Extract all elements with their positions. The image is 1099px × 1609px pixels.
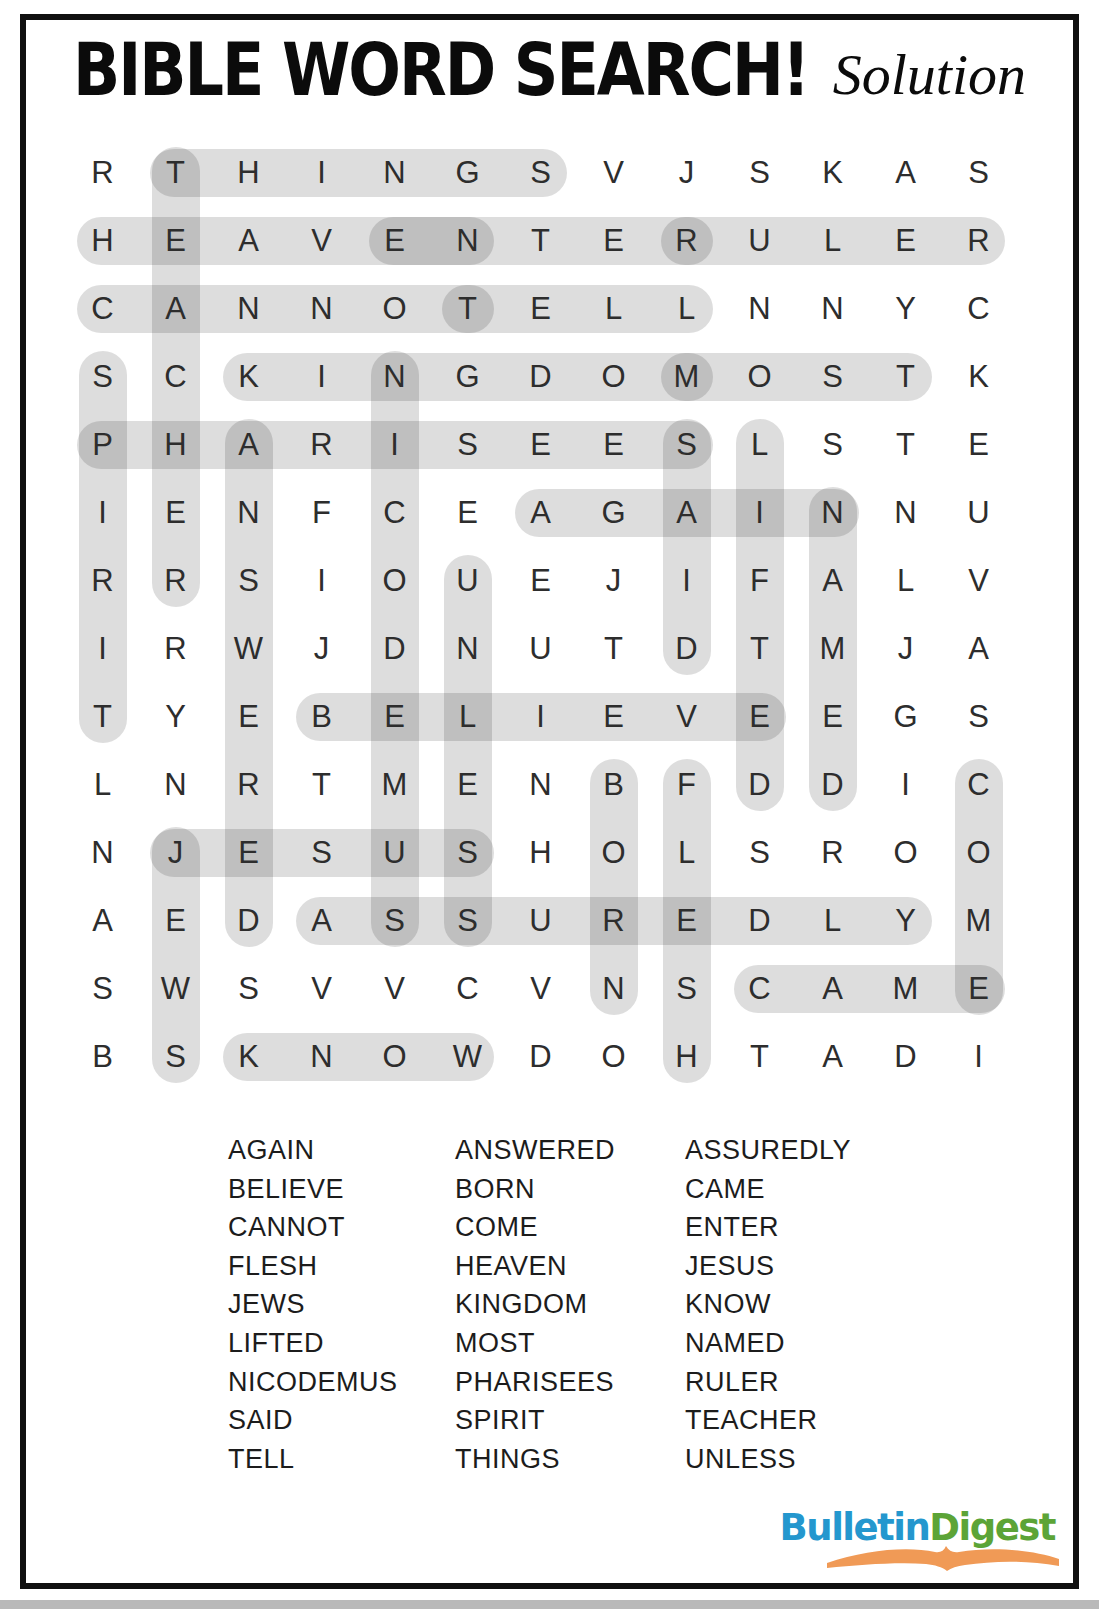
grid-cell: E xyxy=(358,683,431,751)
grid-cell: S xyxy=(431,887,504,955)
grid-cell: V xyxy=(577,139,650,207)
grid-cell: M xyxy=(358,751,431,819)
word-list-item: HEAVEN xyxy=(455,1247,615,1286)
grid-cell: A xyxy=(942,615,1015,683)
grid-cell: S xyxy=(796,343,869,411)
word-list-item: KINGDOM xyxy=(455,1285,615,1324)
word-list-item: JEWS xyxy=(228,1285,398,1324)
word-list-item: NICODEMUS xyxy=(228,1363,398,1402)
grid-cell: E xyxy=(212,819,285,887)
grid-cell: J xyxy=(577,547,650,615)
grid-cell: R xyxy=(139,547,212,615)
grid-cell: L xyxy=(431,683,504,751)
word-list-item: TEACHER xyxy=(685,1401,851,1440)
grid-cell: V xyxy=(650,683,723,751)
grid-cell: L xyxy=(66,751,139,819)
grid-cell: D xyxy=(650,615,723,683)
logo-text: BulletinDigest xyxy=(780,1506,1055,1549)
title-solution-label: Solution xyxy=(833,41,1026,108)
grid-cell: R xyxy=(285,411,358,479)
grid-cell: Y xyxy=(139,683,212,751)
grid-cell: H xyxy=(212,139,285,207)
grid-cell: S xyxy=(942,683,1015,751)
grid-cell: I xyxy=(869,751,942,819)
grid-cell: S xyxy=(285,819,358,887)
grid-cell: W xyxy=(431,1023,504,1091)
grid-cell: T xyxy=(504,207,577,275)
grid-cell: B xyxy=(66,1023,139,1091)
grid-cell: L xyxy=(869,547,942,615)
grid-cell: N xyxy=(723,275,796,343)
word-list-item: UNLESS xyxy=(685,1440,851,1479)
grid-cell: K xyxy=(212,1023,285,1091)
grid-cell: N xyxy=(796,479,869,547)
grid-cell: A xyxy=(796,1023,869,1091)
grid-cell: D xyxy=(723,887,796,955)
grid-cell: A xyxy=(650,479,723,547)
grid-cell: L xyxy=(577,275,650,343)
grid-cell: L xyxy=(650,819,723,887)
grid-cell: S xyxy=(504,139,577,207)
grid-cell: H xyxy=(504,819,577,887)
grid-cell: A xyxy=(869,139,942,207)
grid-cell: A xyxy=(285,887,358,955)
grid-cell: K xyxy=(942,343,1015,411)
grid-cell: T xyxy=(139,139,212,207)
grid-cell: H xyxy=(650,1023,723,1091)
grid-cell: B xyxy=(577,751,650,819)
grid-cell: S xyxy=(66,955,139,1023)
grid-cell: R xyxy=(212,751,285,819)
grid-cell: J xyxy=(139,819,212,887)
word-list-item: JESUS xyxy=(685,1247,851,1286)
grid-cell: T xyxy=(577,615,650,683)
grid-cell: R xyxy=(66,547,139,615)
grid-cell: V xyxy=(504,955,577,1023)
grid-cell: N xyxy=(285,1023,358,1091)
grid-cell: N xyxy=(504,751,577,819)
grid-cell: A xyxy=(139,275,212,343)
grid-cell: G xyxy=(869,683,942,751)
grid-cell: M xyxy=(650,343,723,411)
grid-cell: E xyxy=(577,411,650,479)
grid-cell: S xyxy=(358,887,431,955)
grid-cell: C xyxy=(942,751,1015,819)
grid-cell: A xyxy=(796,547,869,615)
word-list-column: ANSWEREDBORNCOMEHEAVENKINGDOMMOSTPHARISE… xyxy=(455,1131,615,1478)
grid-cell: D xyxy=(723,751,796,819)
grid-cell: L xyxy=(723,411,796,479)
grid-cell: I xyxy=(723,479,796,547)
word-list-item: RULER xyxy=(685,1363,851,1402)
grid-cell: D xyxy=(796,751,869,819)
grid-cell: Y xyxy=(869,275,942,343)
bulletin-digest-logo: BulletinDigest xyxy=(825,1506,1055,1572)
word-list-column: ASSUREDLYCAMEENTERJESUSKNOWNAMEDRULERTEA… xyxy=(685,1131,851,1478)
grid-cell: O xyxy=(577,1023,650,1091)
grid-cell: N xyxy=(358,343,431,411)
grid-cell: Y xyxy=(869,887,942,955)
grid-cell: E xyxy=(212,683,285,751)
grid-cell: S xyxy=(723,819,796,887)
grid-cell: C xyxy=(66,275,139,343)
grid-cell: O xyxy=(358,275,431,343)
grid-cell: O xyxy=(577,819,650,887)
word-list-item: MOST xyxy=(455,1324,615,1363)
grid-cell: D xyxy=(358,615,431,683)
word-list-item: THINGS xyxy=(455,1440,615,1479)
grid-cell: N xyxy=(212,479,285,547)
grid-cell: S xyxy=(796,411,869,479)
grid-cell: U xyxy=(504,615,577,683)
grid-cell: F xyxy=(285,479,358,547)
grid-cell: E xyxy=(650,887,723,955)
logo-text-digest: Digest xyxy=(929,1506,1055,1549)
grid-cell: E xyxy=(577,207,650,275)
grid-cell: F xyxy=(723,547,796,615)
grid-cell: K xyxy=(796,139,869,207)
grid-cell: T xyxy=(66,683,139,751)
grid-cell: H xyxy=(66,207,139,275)
grid-cell: R xyxy=(577,887,650,955)
swoosh-path xyxy=(827,1546,1059,1571)
grid-cell: D xyxy=(504,343,577,411)
grid-cell: C xyxy=(358,479,431,547)
grid-cell: T xyxy=(723,1023,796,1091)
grid-cell: S xyxy=(650,411,723,479)
grid-cell: I xyxy=(66,479,139,547)
grid-cell: L xyxy=(796,207,869,275)
grid-cell: S xyxy=(212,955,285,1023)
word-list-item: COME xyxy=(455,1208,615,1247)
grid-cell: V xyxy=(942,547,1015,615)
grid-cell: N xyxy=(577,955,650,1023)
grid-cell: S xyxy=(942,139,1015,207)
title-main: BIBLE WORD SEARCH! xyxy=(73,27,808,113)
grid-cell: N xyxy=(796,275,869,343)
word-list-item: LIFTED xyxy=(228,1324,398,1363)
grid-cell: V xyxy=(358,955,431,1023)
grid-cell: O xyxy=(942,819,1015,887)
grid-letters: RTHINGSVJSKASHEAVENTERULERCANNOTELLNNYCS… xyxy=(66,139,1015,1091)
logo-text-bulletin: Bulletin xyxy=(780,1506,930,1549)
grid-cell: R xyxy=(796,819,869,887)
word-list-item: ENTER xyxy=(685,1208,851,1247)
grid-cell: S xyxy=(66,343,139,411)
grid-cell: W xyxy=(212,615,285,683)
grid-cell: N xyxy=(66,819,139,887)
grid-cell: U xyxy=(504,887,577,955)
page-title: BIBLE WORD SEARCH! Solution xyxy=(0,36,1099,109)
grid-cell: E xyxy=(139,887,212,955)
grid-cell: U xyxy=(942,479,1015,547)
grid-cell: E xyxy=(504,275,577,343)
grid-cell: E xyxy=(504,547,577,615)
word-list-item: AGAIN xyxy=(228,1131,398,1170)
page-bottom-edge xyxy=(0,1600,1099,1609)
grid-cell: O xyxy=(869,819,942,887)
puzzle-page: BIBLE WORD SEARCH! Solution RTHINGSVJSKA… xyxy=(0,0,1099,1609)
grid-cell: C xyxy=(723,955,796,1023)
grid-cell: A xyxy=(504,479,577,547)
grid-cell: A xyxy=(66,887,139,955)
word-list-item: SPIRIT xyxy=(455,1401,615,1440)
grid-cell: E xyxy=(504,411,577,479)
grid-cell: I xyxy=(285,343,358,411)
grid-cell: T xyxy=(431,275,504,343)
word-list-item: ASSUREDLY xyxy=(685,1131,851,1170)
word-list-item: PHARISEES xyxy=(455,1363,615,1402)
grid-cell: E xyxy=(796,683,869,751)
grid-cell: O xyxy=(723,343,796,411)
grid-cell: I xyxy=(285,547,358,615)
grid-cell: B xyxy=(285,683,358,751)
grid-cell: S xyxy=(650,955,723,1023)
grid-cell: R xyxy=(650,207,723,275)
grid-cell: G xyxy=(431,343,504,411)
grid-cell: L xyxy=(650,275,723,343)
grid-cell: H xyxy=(139,411,212,479)
word-list-item: KNOW xyxy=(685,1285,851,1324)
grid-cell: J xyxy=(650,139,723,207)
grid-cell: G xyxy=(431,139,504,207)
grid-cell: I xyxy=(650,547,723,615)
word-search-grid: RTHINGSVJSKASHEAVENTERULERCANNOTELLNNYCS… xyxy=(66,139,1015,1091)
grid-cell: N xyxy=(358,139,431,207)
grid-cell: F xyxy=(650,751,723,819)
grid-cell: N xyxy=(431,615,504,683)
grid-cell: D xyxy=(869,1023,942,1091)
grid-cell: E xyxy=(577,683,650,751)
word-list-item: CANNOT xyxy=(228,1208,398,1247)
grid-cell: S xyxy=(212,547,285,615)
grid-cell: R xyxy=(139,615,212,683)
grid-cell: L xyxy=(796,887,869,955)
word-list-item: CAME xyxy=(685,1170,851,1209)
grid-cell: N xyxy=(212,275,285,343)
grid-cell: E xyxy=(139,207,212,275)
word-list-item: SAID xyxy=(228,1401,398,1440)
grid-cell: U xyxy=(431,547,504,615)
grid-cell: V xyxy=(285,207,358,275)
grid-cell: J xyxy=(285,615,358,683)
grid-cell: E xyxy=(358,207,431,275)
grid-cell: D xyxy=(212,887,285,955)
grid-cell: R xyxy=(942,207,1015,275)
grid-cell: O xyxy=(358,1023,431,1091)
grid-cell: I xyxy=(942,1023,1015,1091)
grid-cell: V xyxy=(285,955,358,1023)
grid-cell: S xyxy=(431,819,504,887)
grid-cell: M xyxy=(942,887,1015,955)
grid-cell: I xyxy=(285,139,358,207)
grid-cell: N xyxy=(431,207,504,275)
word-list-column: AGAINBELIEVECANNOTFLESHJEWSLIFTEDNICODEM… xyxy=(228,1131,398,1478)
grid-cell: T xyxy=(723,615,796,683)
grid-cell: I xyxy=(66,615,139,683)
grid-cell: E xyxy=(942,411,1015,479)
grid-cell: D xyxy=(504,1023,577,1091)
word-list: AGAINBELIEVECANNOTFLESHJEWSLIFTEDNICODEM… xyxy=(228,1131,948,1481)
grid-cell: C xyxy=(431,955,504,1023)
grid-cell: R xyxy=(66,139,139,207)
grid-cell: P xyxy=(66,411,139,479)
grid-cell: M xyxy=(796,615,869,683)
grid-cell: C xyxy=(139,343,212,411)
grid-cell: U xyxy=(358,819,431,887)
grid-cell: N xyxy=(285,275,358,343)
grid-cell: W xyxy=(139,955,212,1023)
grid-cell: E xyxy=(942,955,1015,1023)
grid-cell: G xyxy=(577,479,650,547)
grid-cell: O xyxy=(577,343,650,411)
grid-cell: M xyxy=(869,955,942,1023)
grid-cell: A xyxy=(796,955,869,1023)
grid-cell: S xyxy=(723,139,796,207)
grid-cell: T xyxy=(285,751,358,819)
grid-cell: O xyxy=(358,547,431,615)
grid-cell: S xyxy=(431,411,504,479)
grid-cell: J xyxy=(869,615,942,683)
word-list-item: BELIEVE xyxy=(228,1170,398,1209)
grid-cell: S xyxy=(139,1023,212,1091)
word-list-item: FLESH xyxy=(228,1247,398,1286)
grid-cell: E xyxy=(723,683,796,751)
grid-cell: N xyxy=(869,479,942,547)
grid-cell: T xyxy=(869,411,942,479)
grid-cell: E xyxy=(869,207,942,275)
word-list-item: NAMED xyxy=(685,1324,851,1363)
grid-cell: N xyxy=(139,751,212,819)
word-list-item: TELL xyxy=(228,1440,398,1479)
grid-cell: E xyxy=(139,479,212,547)
word-list-item: ANSWERED xyxy=(455,1131,615,1170)
grid-cell: I xyxy=(504,683,577,751)
grid-cell: T xyxy=(869,343,942,411)
grid-cell: A xyxy=(212,207,285,275)
grid-cell: I xyxy=(358,411,431,479)
grid-cell: E xyxy=(431,751,504,819)
grid-cell: A xyxy=(212,411,285,479)
grid-cell: K xyxy=(212,343,285,411)
word-list-item: BORN xyxy=(455,1170,615,1209)
grid-cell: E xyxy=(431,479,504,547)
grid-cell: U xyxy=(723,207,796,275)
grid-cell: C xyxy=(942,275,1015,343)
